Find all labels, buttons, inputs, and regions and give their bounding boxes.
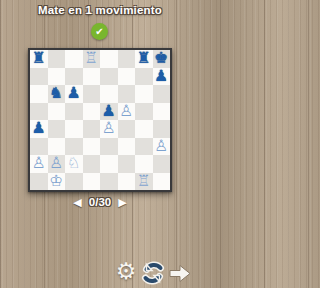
square-g4[interactable] xyxy=(135,120,153,138)
square-e2[interactable] xyxy=(100,155,118,173)
square-e1[interactable] xyxy=(100,173,118,191)
square-a8[interactable]: ♜ xyxy=(30,50,48,68)
square-d7[interactable] xyxy=(83,68,101,86)
square-a5[interactable] xyxy=(30,103,48,121)
square-g5[interactable] xyxy=(135,103,153,121)
solved-checkmark-icon: ✔ xyxy=(91,23,108,40)
square-b7[interactable] xyxy=(48,68,66,86)
square-g8[interactable]: ♜ xyxy=(135,50,153,68)
square-c1[interactable] xyxy=(65,173,83,191)
square-a3[interactable] xyxy=(30,138,48,156)
restart-icon[interactable] xyxy=(140,260,166,288)
square-a6[interactable] xyxy=(30,85,48,103)
square-g3[interactable] xyxy=(135,138,153,156)
bottom-toolbar: ⚙ xyxy=(0,256,200,288)
white-pawn[interactable]: ♙ xyxy=(49,156,63,172)
square-b8[interactable] xyxy=(48,50,66,68)
square-f6[interactable] xyxy=(118,85,136,103)
square-b6[interactable]: ♞ xyxy=(48,85,66,103)
black-pawn[interactable]: ♟ xyxy=(32,121,46,137)
puzzle-pager: ◀ 0/30 ▶ xyxy=(0,194,200,210)
square-a1[interactable] xyxy=(30,173,48,191)
prev-puzzle-arrow-icon[interactable]: ◀ xyxy=(73,197,81,208)
square-c7[interactable] xyxy=(65,68,83,86)
black-knight[interactable]: ♞ xyxy=(49,86,63,102)
square-b3[interactable] xyxy=(48,138,66,156)
settings-gear-icon[interactable]: ⚙ xyxy=(114,254,138,288)
white-pawn[interactable]: ♙ xyxy=(154,139,168,155)
square-e8[interactable] xyxy=(100,50,118,68)
restart-arrows xyxy=(146,265,161,282)
square-e3[interactable] xyxy=(100,138,118,156)
square-f5[interactable]: ♙ xyxy=(118,103,136,121)
black-pawn[interactable]: ♟ xyxy=(102,104,116,120)
square-f1[interactable] xyxy=(118,173,136,191)
square-c8[interactable] xyxy=(65,50,83,68)
square-d6[interactable] xyxy=(83,85,101,103)
square-e5[interactable]: ♟ xyxy=(100,103,118,121)
square-e6[interactable] xyxy=(100,85,118,103)
square-g6[interactable] xyxy=(135,85,153,103)
square-g2[interactable] xyxy=(135,155,153,173)
white-knight[interactable]: ♘ xyxy=(67,156,81,172)
next-arrow-icon[interactable] xyxy=(168,264,192,287)
square-f7[interactable] xyxy=(118,68,136,86)
square-e4[interactable]: ♙ xyxy=(100,120,118,138)
square-g7[interactable] xyxy=(135,68,153,86)
square-c5[interactable] xyxy=(65,103,83,121)
square-f3[interactable] xyxy=(118,138,136,156)
black-pawn[interactable]: ♟ xyxy=(67,86,81,102)
square-h2[interactable] xyxy=(153,155,171,173)
square-h5[interactable] xyxy=(153,103,171,121)
square-h8[interactable]: ♚ xyxy=(153,50,171,68)
square-h6[interactable] xyxy=(153,85,171,103)
white-pawn[interactable]: ♙ xyxy=(119,104,133,120)
square-f4[interactable] xyxy=(118,120,136,138)
chess-board[interactable]: ♜♖♜♚♟♞♟♟♙♟♙♙♙♙♘♔♖ xyxy=(28,48,172,192)
square-h7[interactable]: ♟ xyxy=(153,68,171,86)
square-d2[interactable] xyxy=(83,155,101,173)
square-d8[interactable]: ♖ xyxy=(83,50,101,68)
white-pawn[interactable]: ♙ xyxy=(32,156,46,172)
puzzle-counter: 0/30 xyxy=(89,196,111,208)
square-c2[interactable]: ♘ xyxy=(65,155,83,173)
square-d4[interactable] xyxy=(83,120,101,138)
square-d1[interactable] xyxy=(83,173,101,191)
square-h1[interactable] xyxy=(153,173,171,191)
checkmark-glyph: ✔ xyxy=(95,26,103,36)
page-title: Mate en 1 movimiento xyxy=(0,4,200,16)
square-g1[interactable]: ♖ xyxy=(135,173,153,191)
square-a7[interactable] xyxy=(30,68,48,86)
square-h4[interactable] xyxy=(153,120,171,138)
square-c4[interactable] xyxy=(65,120,83,138)
square-d5[interactable] xyxy=(83,103,101,121)
square-c3[interactable] xyxy=(65,138,83,156)
square-d3[interactable] xyxy=(83,138,101,156)
square-c6[interactable]: ♟ xyxy=(65,85,83,103)
square-a4[interactable]: ♟ xyxy=(30,120,48,138)
next-arrow-shape xyxy=(170,266,190,282)
square-f2[interactable] xyxy=(118,155,136,173)
black-rook[interactable]: ♜ xyxy=(137,51,151,67)
square-b1[interactable]: ♔ xyxy=(48,173,66,191)
next-puzzle-arrow-icon[interactable]: ▶ xyxy=(118,197,126,208)
square-b4[interactable] xyxy=(48,120,66,138)
square-b2[interactable]: ♙ xyxy=(48,155,66,173)
square-b5[interactable] xyxy=(48,103,66,121)
black-pawn[interactable]: ♟ xyxy=(154,69,168,85)
white-rook[interactable]: ♖ xyxy=(84,51,98,67)
square-a2[interactable]: ♙ xyxy=(30,155,48,173)
square-e7[interactable] xyxy=(100,68,118,86)
white-rook[interactable]: ♖ xyxy=(137,174,151,190)
square-h3[interactable]: ♙ xyxy=(153,138,171,156)
black-rook[interactable]: ♜ xyxy=(32,51,46,67)
square-f8[interactable] xyxy=(118,50,136,68)
black-king[interactable]: ♚ xyxy=(154,51,168,67)
white-king[interactable]: ♔ xyxy=(49,174,63,190)
white-pawn[interactable]: ♙ xyxy=(102,121,116,137)
